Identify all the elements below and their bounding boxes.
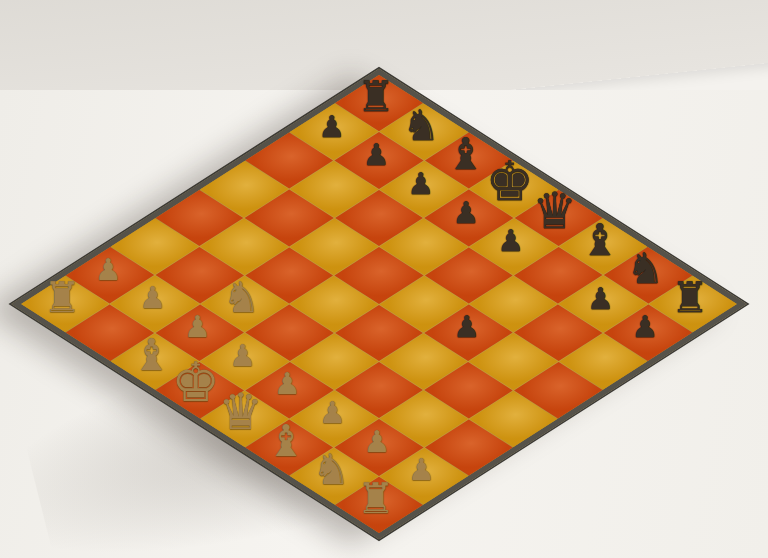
white-king-d1[interactable]: ♚ <box>172 356 220 410</box>
white-queen-e1[interactable]: ♛ <box>219 387 264 437</box>
black-pawn-a7[interactable]: ♟ <box>319 111 346 141</box>
white-bishop-c1[interactable]: ♝ <box>132 333 171 377</box>
black-pawn-g7[interactable]: ♟ <box>587 283 614 313</box>
black-king-d8[interactable]: ♚ <box>485 155 533 209</box>
black-pawn-c7[interactable]: ♟ <box>408 169 435 199</box>
white-knight-g1[interactable]: ♞ <box>312 449 350 491</box>
white-pawn-g2[interactable]: ♟ <box>363 427 390 457</box>
black-bishop-c8[interactable]: ♝ <box>446 132 485 176</box>
white-bishop-f1[interactable]: ♝ <box>267 419 306 463</box>
black-pawn-h7[interactable]: ♟ <box>632 312 659 342</box>
white-pawn-f2[interactable]: ♟ <box>319 398 346 428</box>
black-knight-b8[interactable]: ♞ <box>402 105 440 147</box>
white-pawn-d2[interactable]: ♟ <box>229 341 256 371</box>
black-pawn-d7[interactable]: ♟ <box>453 197 480 227</box>
white-pawn-c2[interactable]: ♟ <box>184 312 211 342</box>
photo-stage: ♜♞♝♚♛♝♞♜♟♟♟♟♟♟♟♟♞♟♟♟♟♟♟♟♟♜♝♚♛♝♞♜ <box>0 0 768 558</box>
white-pawn-e2[interactable]: ♟ <box>274 369 301 399</box>
black-pawn-e7[interactable]: ♟ <box>498 226 525 256</box>
black-rook-h8[interactable]: ♜ <box>671 277 709 319</box>
black-pawn-f5[interactable]: ♟ <box>453 312 480 342</box>
black-queen-e8[interactable]: ♛ <box>532 186 577 236</box>
black-pawn-b7[interactable]: ♟ <box>363 140 390 170</box>
white-pawn-b2[interactable]: ♟ <box>139 283 166 313</box>
white-knight-c3[interactable]: ♞ <box>223 277 261 319</box>
black-knight-g8[interactable]: ♞ <box>626 248 664 290</box>
white-rook-h1[interactable]: ♜ <box>357 477 395 519</box>
black-bishop-f8[interactable]: ♝ <box>580 218 619 262</box>
white-pawn-h2[interactable]: ♟ <box>408 455 435 485</box>
black-rook-a8[interactable]: ♜ <box>357 76 395 118</box>
white-pawn-a2[interactable]: ♟ <box>95 255 122 285</box>
white-rook-a1[interactable]: ♜ <box>44 277 82 319</box>
